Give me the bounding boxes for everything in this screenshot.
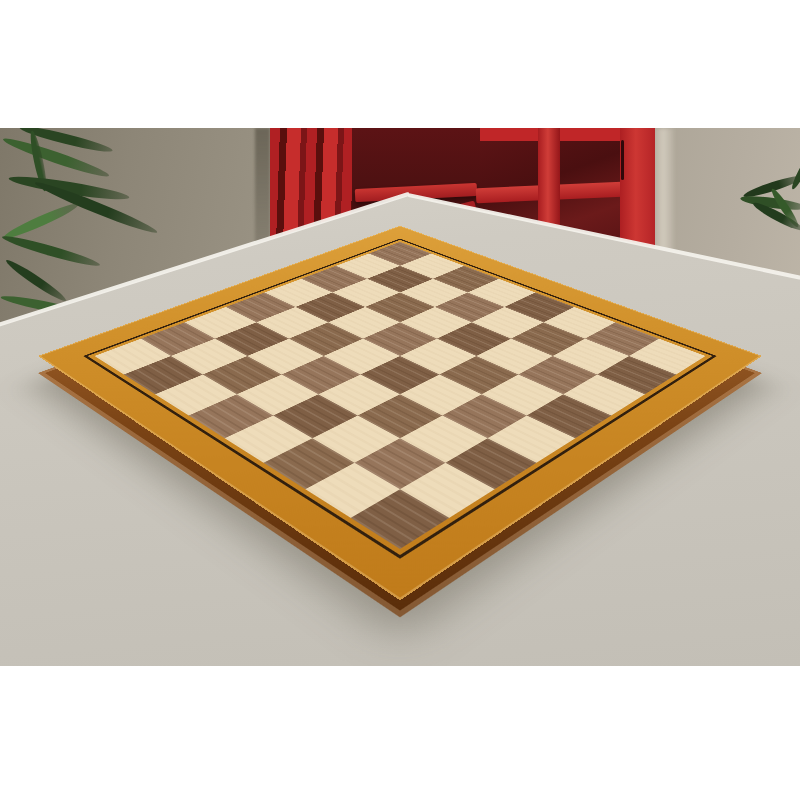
red-cabinet-handle [621,140,624,180]
palm-leaf [790,152,800,191]
photo-letterbox-canvas [0,0,800,800]
photograph [0,128,800,666]
